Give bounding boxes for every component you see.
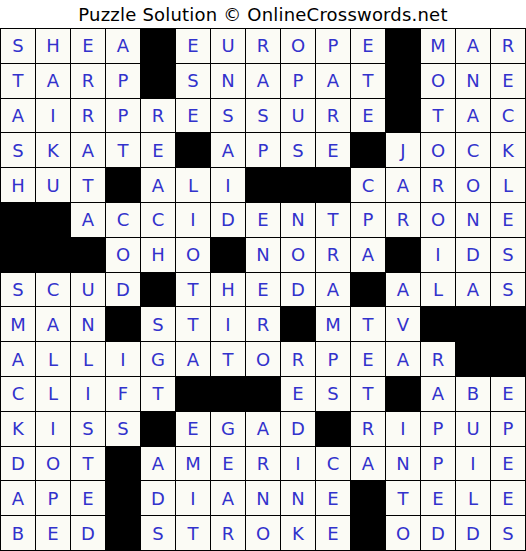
letter-cell: T: [421, 99, 455, 133]
letter-cell: R: [246, 29, 280, 63]
letter-cell: I: [211, 307, 245, 341]
letter-cell: N: [281, 203, 315, 237]
letter-cell: R: [246, 307, 280, 341]
letter-cell: C: [456, 133, 490, 167]
letter-cell: A: [421, 377, 455, 411]
letter-cell: E: [491, 481, 525, 515]
letter-cell: H: [141, 238, 175, 272]
letter-cell: S: [491, 238, 525, 272]
block-cell: [456, 342, 490, 376]
letter-cell: R: [316, 238, 350, 272]
letter-cell: P: [246, 133, 280, 167]
letter-cell: E: [351, 99, 385, 133]
block-cell: [106, 168, 140, 202]
letter-cell: K: [1, 412, 35, 446]
crossword-grid: SHEAEUROPEMARTARPSNAPATONEAIRPRESSURETAC…: [0, 28, 526, 551]
letter-cell: E: [491, 203, 525, 237]
block-cell: [421, 307, 455, 341]
letter-cell: S: [106, 412, 140, 446]
letter-cell: A: [36, 307, 70, 341]
letter-cell: T: [211, 342, 245, 376]
letter-cell: D: [106, 273, 140, 307]
letter-cell: D: [281, 273, 315, 307]
letter-cell: G: [211, 412, 245, 446]
letter-cell: L: [36, 342, 70, 376]
letter-cell: A: [211, 481, 245, 515]
letter-cell: R: [386, 203, 420, 237]
letter-cell: N: [456, 64, 490, 98]
block-cell: [106, 516, 140, 550]
letter-cell: K: [491, 133, 525, 167]
letter-cell: S: [1, 273, 35, 307]
block-cell: [141, 273, 175, 307]
letter-cell: L: [421, 273, 455, 307]
letter-cell: E: [421, 481, 455, 515]
letter-cell: P: [316, 342, 350, 376]
letter-cell: G: [141, 342, 175, 376]
block-cell: [141, 412, 175, 446]
letter-cell: P: [36, 481, 70, 515]
letter-cell: N: [246, 481, 280, 515]
letter-cell: S: [211, 99, 245, 133]
letter-cell: I: [106, 342, 140, 376]
letter-cell: P: [491, 412, 525, 446]
letter-cell: L: [491, 168, 525, 202]
letter-cell: C: [316, 447, 350, 481]
letter-cell: P: [106, 99, 140, 133]
letter-cell: R: [421, 342, 455, 376]
letter-cell: E: [316, 481, 350, 515]
letter-cell: I: [211, 168, 245, 202]
block-cell: [36, 238, 70, 272]
block-cell: [386, 377, 420, 411]
letter-cell: D: [421, 516, 455, 550]
letter-cell: A: [1, 99, 35, 133]
block-cell: [176, 133, 210, 167]
letter-cell: S: [491, 516, 525, 550]
block-cell: [211, 238, 245, 272]
letter-cell: R: [246, 447, 280, 481]
letter-cell: T: [176, 516, 210, 550]
letter-cell: E: [491, 447, 525, 481]
letter-cell: A: [351, 238, 385, 272]
letter-cell: R: [316, 99, 350, 133]
letter-cell: C: [491, 99, 525, 133]
letter-cell: P: [421, 412, 455, 446]
letter-cell: A: [456, 29, 490, 63]
letter-cell: S: [141, 307, 175, 341]
block-cell: [386, 64, 420, 98]
letter-cell: A: [246, 412, 280, 446]
letter-cell: N: [386, 447, 420, 481]
letter-cell: A: [246, 64, 280, 98]
letter-cell: S: [281, 133, 315, 167]
block-cell: [316, 412, 350, 446]
letter-cell: T: [351, 307, 385, 341]
letter-cell: T: [71, 447, 105, 481]
block-cell: [246, 168, 280, 202]
letter-cell: T: [176, 307, 210, 341]
block-cell: [281, 307, 315, 341]
letter-cell: E: [316, 133, 350, 167]
letter-cell: I: [421, 238, 455, 272]
letter-cell: U: [211, 29, 245, 63]
letter-cell: E: [351, 29, 385, 63]
letter-cell: U: [281, 99, 315, 133]
letter-cell: O: [281, 29, 315, 63]
letter-cell: N: [71, 307, 105, 341]
letter-cell: E: [176, 99, 210, 133]
letter-cell: O: [246, 342, 280, 376]
letter-cell: T: [351, 64, 385, 98]
letter-cell: D: [456, 516, 490, 550]
letter-cell: T: [351, 377, 385, 411]
letter-cell: E: [36, 516, 70, 550]
letter-cell: O: [421, 203, 455, 237]
letter-cell: D: [141, 481, 175, 515]
block-cell: [71, 238, 105, 272]
letter-cell: P: [281, 64, 315, 98]
block-cell: [141, 64, 175, 98]
letter-cell: P: [421, 447, 455, 481]
letter-cell: S: [491, 273, 525, 307]
block-cell: [36, 203, 70, 237]
letter-cell: B: [456, 377, 490, 411]
letter-cell: A: [141, 447, 175, 481]
letter-cell: F: [106, 377, 140, 411]
letter-cell: U: [456, 412, 490, 446]
block-cell: [1, 203, 35, 237]
letter-cell: J: [386, 133, 420, 167]
letter-cell: N: [456, 203, 490, 237]
letter-cell: A: [316, 273, 350, 307]
letter-cell: E: [71, 29, 105, 63]
letter-cell: R: [71, 99, 105, 133]
letter-cell: A: [386, 168, 420, 202]
block-cell: [106, 481, 140, 515]
letter-cell: N: [211, 64, 245, 98]
letter-cell: C: [1, 377, 35, 411]
letter-cell: A: [386, 273, 420, 307]
letter-cell: A: [1, 481, 35, 515]
letter-cell: A: [456, 273, 490, 307]
letter-cell: T: [316, 203, 350, 237]
letter-cell: E: [176, 412, 210, 446]
block-cell: [491, 307, 525, 341]
letter-cell: E: [141, 133, 175, 167]
letter-cell: D: [281, 412, 315, 446]
letter-cell: E: [211, 447, 245, 481]
letter-cell: C: [36, 273, 70, 307]
letter-cell: E: [246, 273, 280, 307]
letter-cell: H: [211, 273, 245, 307]
letter-cell: A: [36, 64, 70, 98]
puzzle-title: Puzzle Solution © OnlineCrosswords.net: [0, 0, 526, 28]
letter-cell: O: [36, 447, 70, 481]
letter-cell: D: [456, 238, 490, 272]
letter-cell: A: [316, 64, 350, 98]
letter-cell: P: [351, 203, 385, 237]
letter-cell: P: [106, 64, 140, 98]
letter-cell: R: [491, 29, 525, 63]
letter-cell: T: [386, 481, 420, 515]
letter-cell: R: [421, 168, 455, 202]
letter-cell: K: [281, 516, 315, 550]
letter-cell: U: [71, 273, 105, 307]
letter-cell: H: [36, 29, 70, 63]
block-cell: [176, 377, 210, 411]
block-cell: [246, 377, 280, 411]
block-cell: [351, 481, 385, 515]
block-cell: [281, 168, 315, 202]
block-cell: [456, 307, 490, 341]
block-cell: [141, 29, 175, 63]
letter-cell: M: [1, 307, 35, 341]
letter-cell: E: [491, 377, 525, 411]
block-cell: [491, 342, 525, 376]
letter-cell: A: [176, 342, 210, 376]
letter-cell: E: [316, 516, 350, 550]
block-cell: [386, 99, 420, 133]
letter-cell: R: [281, 342, 315, 376]
letter-cell: T: [1, 64, 35, 98]
letter-cell: S: [176, 64, 210, 98]
letter-cell: A: [71, 203, 105, 237]
letter-cell: V: [386, 307, 420, 341]
letter-cell: C: [141, 203, 175, 237]
letter-cell: M: [421, 29, 455, 63]
letter-cell: S: [1, 29, 35, 63]
block-cell: [351, 273, 385, 307]
letter-cell: E: [246, 203, 280, 237]
letter-cell: N: [281, 481, 315, 515]
letter-cell: L: [36, 377, 70, 411]
letter-cell: N: [246, 238, 280, 272]
letter-cell: E: [176, 29, 210, 63]
letter-cell: H: [1, 168, 35, 202]
letter-cell: A: [351, 447, 385, 481]
letter-cell: E: [351, 342, 385, 376]
letter-cell: S: [246, 99, 280, 133]
letter-cell: R: [71, 64, 105, 98]
block-cell: [211, 377, 245, 411]
letter-cell: M: [176, 447, 210, 481]
letter-cell: O: [456, 168, 490, 202]
letter-cell: O: [106, 238, 140, 272]
letter-cell: I: [176, 481, 210, 515]
block-cell: [106, 307, 140, 341]
letter-cell: I: [281, 447, 315, 481]
letter-cell: D: [71, 516, 105, 550]
block-cell: [386, 29, 420, 63]
block-cell: [1, 238, 35, 272]
letter-cell: S: [1, 133, 35, 167]
letter-cell: A: [211, 133, 245, 167]
letter-cell: E: [71, 481, 105, 515]
letter-cell: T: [71, 168, 105, 202]
letter-cell: O: [421, 133, 455, 167]
letter-cell: A: [141, 168, 175, 202]
letter-cell: S: [141, 516, 175, 550]
letter-cell: L: [71, 342, 105, 376]
letter-cell: I: [36, 99, 70, 133]
letter-cell: K: [36, 133, 70, 167]
letter-cell: A: [1, 342, 35, 376]
letter-cell: I: [36, 412, 70, 446]
letter-cell: T: [141, 377, 175, 411]
letter-cell: D: [211, 203, 245, 237]
letter-cell: A: [386, 342, 420, 376]
letter-cell: A: [106, 29, 140, 63]
letter-cell: M: [316, 307, 350, 341]
letter-cell: O: [176, 238, 210, 272]
letter-cell: C: [106, 203, 140, 237]
letter-cell: S: [71, 412, 105, 446]
letter-cell: R: [351, 412, 385, 446]
letter-cell: L: [176, 168, 210, 202]
letter-cell: E: [491, 64, 525, 98]
letter-cell: O: [281, 238, 315, 272]
letter-cell: O: [421, 64, 455, 98]
block-cell: [351, 516, 385, 550]
letter-cell: I: [176, 203, 210, 237]
letter-cell: E: [281, 377, 315, 411]
letter-cell: D: [1, 447, 35, 481]
letter-cell: P: [316, 29, 350, 63]
letter-cell: O: [246, 516, 280, 550]
letter-cell: C: [351, 168, 385, 202]
letter-cell: R: [141, 99, 175, 133]
letter-cell: R: [211, 516, 245, 550]
page-root: Puzzle Solution © OnlineCrosswords.net S…: [0, 0, 526, 551]
letter-cell: O: [386, 516, 420, 550]
letter-cell: I: [71, 377, 105, 411]
letter-cell: I: [456, 447, 490, 481]
letter-cell: I: [386, 412, 420, 446]
block-cell: [386, 238, 420, 272]
letter-cell: S: [316, 377, 350, 411]
block-cell: [351, 133, 385, 167]
letter-cell: T: [176, 273, 210, 307]
letter-cell: B: [1, 516, 35, 550]
block-cell: [316, 168, 350, 202]
letter-cell: A: [456, 99, 490, 133]
block-cell: [106, 447, 140, 481]
letter-cell: L: [456, 481, 490, 515]
letter-cell: T: [106, 133, 140, 167]
letter-cell: A: [71, 133, 105, 167]
letter-cell: U: [36, 168, 70, 202]
